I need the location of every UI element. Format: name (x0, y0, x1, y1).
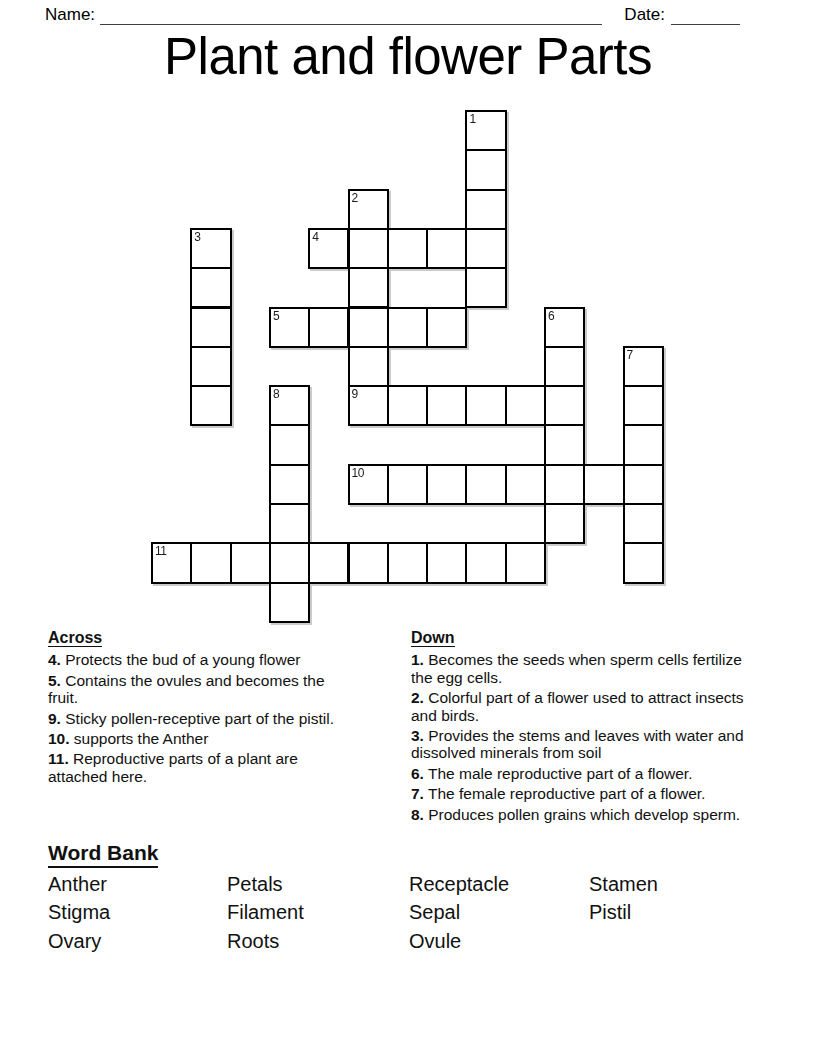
cell-number-11: 11 (155, 544, 166, 558)
across-clue-list: 4. Protects the bud of a young flower5. … (48, 651, 353, 785)
grid-cell-r8c3[interactable] (269, 424, 310, 465)
grid-cell-r7c1[interactable] (190, 385, 231, 426)
grid-cell-r2c8[interactable] (465, 189, 506, 230)
grid-cell-r11c4[interactable] (308, 542, 349, 583)
grid-cell-r5c6[interactable] (387, 307, 428, 348)
cell-number-1: 1 (469, 112, 475, 126)
clue-down-7: 7. The female reproductive part of a flo… (411, 785, 745, 802)
cell-number-10: 10 (352, 466, 364, 480)
grid-cell-r12c3[interactable] (269, 582, 310, 623)
cell-number-3: 3 (194, 230, 200, 244)
grid-cell-r5c3[interactable]: 5 (269, 307, 310, 348)
grid-cell-r5c1[interactable] (190, 307, 231, 348)
grid-cell-r9c6[interactable] (387, 464, 428, 505)
word-bank-roots: Roots (227, 927, 409, 955)
name-line[interactable] (100, 4, 602, 25)
grid-cell-r9c10[interactable] (544, 464, 585, 505)
clue-across-10: 10. supports the Anther (48, 730, 353, 747)
grid-cell-r5c10[interactable]: 6 (544, 307, 585, 348)
word-bank-ovule: Ovule (409, 927, 589, 955)
grid-cell-r1c8[interactable] (465, 149, 506, 190)
grid-cell-r10c3[interactable] (269, 503, 310, 544)
grid-cell-r11c0[interactable]: 11 (151, 542, 192, 583)
grid-cell-r3c7[interactable] (426, 228, 467, 269)
cell-number-9: 9 (352, 387, 358, 401)
grid-cell-r5c7[interactable] (426, 307, 467, 348)
word-bank-stigma: Stigma (48, 898, 227, 926)
grid-cell-r5c5[interactable] (348, 307, 389, 348)
cell-number-8: 8 (273, 387, 279, 401)
grid-cell-r3c6[interactable] (387, 228, 428, 269)
grid-cell-r7c6[interactable] (387, 385, 428, 426)
grid-cell-r11c9[interactable] (505, 542, 546, 583)
grid-cell-r8c12[interactable] (623, 424, 664, 465)
grid-cell-r8c10[interactable] (544, 424, 585, 465)
cell-number-6: 6 (548, 309, 554, 323)
grid-cell-r7c10[interactable] (544, 385, 585, 426)
cell-number-7: 7 (627, 348, 633, 362)
grid-cell-r10c10[interactable] (544, 503, 585, 544)
grid-cell-r6c5[interactable] (348, 346, 389, 387)
grid-cell-r7c5[interactable]: 9 (348, 385, 389, 426)
grid-cell-r6c1[interactable] (190, 346, 231, 387)
word-bank-anther: Anther (48, 870, 227, 898)
grid-cell-r9c9[interactable] (505, 464, 546, 505)
grid-cell-r7c12[interactable] (623, 385, 664, 426)
grid-cell-r0c8[interactable]: 1 (465, 110, 506, 151)
clue-down-8: 8. Produces pollen grains which develop … (411, 806, 745, 823)
grid-cell-r9c12[interactable] (623, 464, 664, 505)
down-clues-section: Down 1. Becomes the seeds when sperm cel… (411, 629, 745, 826)
word-bank-stamen: Stamen (589, 870, 768, 898)
grid-cell-r11c6[interactable] (387, 542, 428, 583)
grid-cell-r9c8[interactable] (465, 464, 506, 505)
down-heading: Down (411, 629, 455, 647)
word-bank-ovary: Ovary (48, 927, 227, 955)
clue-number: 11. (48, 750, 69, 767)
grid-cell-r2c5[interactable]: 2 (348, 189, 389, 230)
clue-number: 4. (48, 651, 61, 668)
clue-number: 10. (48, 730, 70, 747)
grid-cell-r7c9[interactable] (505, 385, 546, 426)
clue-down-2: 2. Colorful part of a flower used to att… (411, 689, 745, 724)
grid-cell-r3c1[interactable]: 3 (190, 228, 231, 269)
clue-across-5: 5. Contains the ovules and becomes the f… (48, 672, 353, 707)
word-bank-receptacle: Receptacle (409, 870, 589, 898)
name-label: Name: (45, 4, 95, 26)
clue-number: 8. (411, 806, 424, 823)
header: Name: Date: (45, 2, 740, 26)
grid-cell-r3c8[interactable] (465, 228, 506, 269)
clue-down-1: 1. Becomes the seeds when sperm cells fe… (411, 651, 745, 686)
word-bank-petals: Petals (227, 870, 409, 898)
clue-number: 2. (411, 689, 424, 706)
grid-cell-r11c5[interactable] (348, 542, 389, 583)
word-bank-filament: Filament (227, 898, 409, 926)
grid-cell-r11c3[interactable] (269, 542, 310, 583)
clue-across-4: 4. Protects the bud of a young flower (48, 651, 353, 668)
grid-cell-r9c5[interactable]: 10 (348, 464, 389, 505)
clue-number: 1. (411, 651, 424, 668)
grid-cell-r9c11[interactable] (583, 464, 624, 505)
grid-cell-r3c5[interactable] (348, 228, 389, 269)
word-bank-pistil: Pistil (589, 898, 768, 926)
clue-number: 9. (48, 710, 61, 727)
across-clues-section: Across 4. Protects the bud of a young fl… (48, 629, 353, 788)
clue-across-11: 11. Reproductive parts of a plant are at… (48, 750, 353, 785)
grid-cell-r11c7[interactable] (426, 542, 467, 583)
clue-number: 6. (411, 765, 424, 782)
clue-down-3: 3. Provides the stems and leaves with wa… (411, 727, 745, 762)
down-clue-list: 1. Becomes the seeds when sperm cells fe… (411, 651, 745, 823)
grid-cell-r11c1[interactable] (190, 542, 231, 583)
grid-cell-r10c12[interactable] (623, 503, 664, 544)
grid-cell-r9c7[interactable] (426, 464, 467, 505)
clue-number: 5. (48, 672, 61, 689)
cell-number-4: 4 (312, 230, 318, 244)
grid-cell-r6c12[interactable]: 7 (623, 346, 664, 387)
grid-cell-r7c7[interactable] (426, 385, 467, 426)
date-line[interactable] (671, 4, 740, 25)
grid-cell-r7c3[interactable]: 8 (269, 385, 310, 426)
clue-number: 3. (411, 727, 424, 744)
page-title: Plant and flower Parts (0, 26, 816, 88)
grid-cell-r5c4[interactable] (308, 307, 349, 348)
crossword-grid: 1234567891011 (151, 110, 664, 623)
across-heading: Across (48, 629, 102, 647)
grid-cell-r6c10[interactable] (544, 346, 585, 387)
clue-across-9: 9. Sticky pollen-receptive part of the p… (48, 710, 353, 727)
word-bank: AntherPetalsReceptacleStamenStigmaFilame… (48, 870, 768, 955)
grid-cell-r7c8[interactable] (465, 385, 506, 426)
grid-cell-r4c1[interactable] (190, 267, 231, 308)
cell-number-5: 5 (273, 309, 279, 323)
worksheet-page: Name: Date: Plant and flower Parts 12345… (0, 0, 816, 1056)
clue-number: 7. (411, 785, 424, 802)
grid-cell-r3c4[interactable]: 4 (308, 228, 349, 269)
grid-cell-r4c8[interactable] (465, 267, 506, 308)
grid-cell-r11c8[interactable] (465, 542, 506, 583)
grid-cell-r11c2[interactable] (230, 542, 271, 583)
grid-cell-r4c5[interactable] (348, 267, 389, 308)
grid-cell-r11c12[interactable] (623, 542, 664, 583)
grid-cell-r9c3[interactable] (269, 464, 310, 505)
date-label: Date: (624, 4, 665, 26)
cell-number-2: 2 (352, 191, 358, 205)
word-bank-heading: Word Bank (48, 841, 158, 868)
clue-down-6: 6. The male reproductive part of a flowe… (411, 765, 745, 782)
word-bank-sepal: Sepal (409, 898, 589, 926)
